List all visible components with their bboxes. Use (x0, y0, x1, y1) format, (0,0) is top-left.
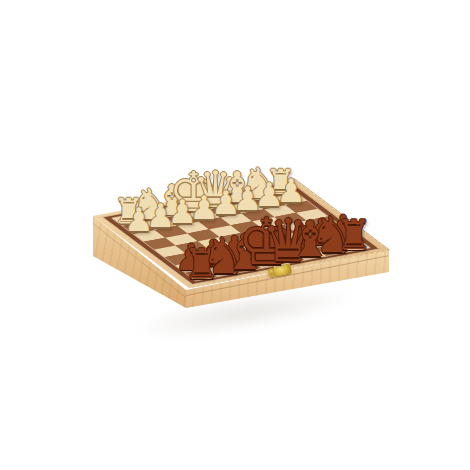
chess-set-photo: ♜♞♝♚♛♝♞♜♟♟♟♟♟♟♟♟♟♟♟♟♟♟♟♟♜♞♝♚♛♝♞♜ (0, 0, 470, 470)
pieces-layer: ♜♞♝♚♛♝♞♜♟♟♟♟♟♟♟♟♟♟♟♟♟♟♟♟♜♞♝♚♛♝♞♜ (0, 0, 470, 470)
piece-white-pawn[interactable]: ♟ (276, 175, 305, 208)
piece-brown-rook[interactable]: ♜ (335, 215, 371, 256)
